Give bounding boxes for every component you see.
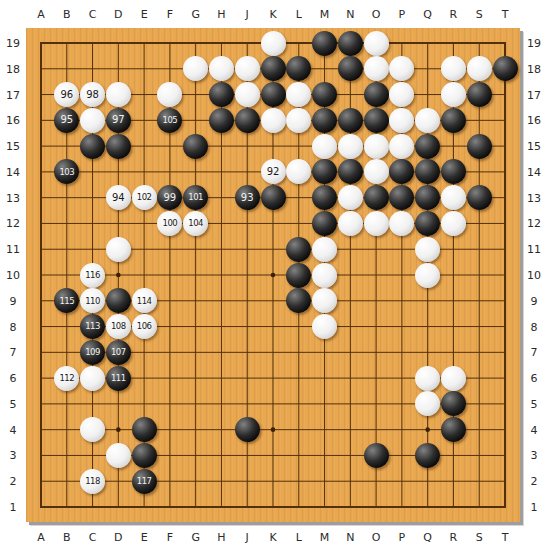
move-number-label: 116 [85, 271, 100, 280]
stone-O18-white [364, 56, 389, 81]
row-label-left-13: 13 [6, 191, 20, 204]
stone-S15-black [467, 134, 492, 159]
move-number-label: 94 [112, 193, 125, 203]
row-label-right-4: 4 [531, 423, 538, 436]
col-label-bottom-E: E [141, 531, 148, 544]
stone-T18-black [493, 56, 518, 81]
col-label-top-B: B [63, 8, 71, 21]
stone-J18-white [235, 56, 260, 81]
stone-E2-black: 117 [132, 469, 157, 494]
stone-K14-white: 92 [261, 159, 286, 184]
stone-M11-white [312, 237, 337, 262]
stone-M19-black [312, 31, 337, 56]
stone-Q16-white [415, 108, 440, 133]
row-label-right-7: 7 [531, 346, 538, 359]
move-number-label: 114 [137, 297, 152, 306]
stone-C17-white: 98 [80, 82, 105, 107]
move-number-label: 95 [60, 115, 73, 125]
stone-J4-black [235, 417, 260, 442]
row-label-right-1: 1 [531, 501, 538, 514]
row-label-left-16: 16 [6, 114, 20, 127]
stone-J13-black: 93 [235, 185, 260, 210]
stone-K18-black [261, 56, 286, 81]
col-label-top-C: C [89, 8, 97, 21]
row-label-left-8: 8 [10, 320, 17, 333]
stone-O14-white [364, 159, 389, 184]
stone-S18-white [467, 56, 492, 81]
move-number-label: 99 [164, 193, 177, 203]
move-number-label: 97 [112, 115, 125, 125]
col-label-top-N: N [346, 8, 354, 21]
stone-E8-white: 106 [132, 314, 157, 339]
row-label-right-14: 14 [527, 165, 541, 178]
row-label-right-9: 9 [531, 294, 538, 307]
col-label-top-G: G [191, 8, 200, 21]
move-number-label: 98 [86, 90, 99, 100]
stone-Q11-white [415, 237, 440, 262]
col-label-top-E: E [141, 8, 148, 21]
stone-C7-black: 109 [80, 340, 105, 365]
stone-E4-black [132, 417, 157, 442]
stone-R16-black [441, 108, 466, 133]
stone-Q3-black [415, 443, 440, 468]
stone-E13-white: 102 [132, 185, 157, 210]
row-label-left-9: 9 [10, 294, 17, 307]
stone-C6-white [80, 366, 105, 391]
row-label-left-15: 15 [6, 140, 20, 153]
go-board-screenshot: 9698959710510392941029910193100104116115… [0, 0, 550, 550]
star-point-K4 [271, 427, 276, 432]
stone-C8-black: 113 [80, 314, 105, 339]
col-label-top-T: T [502, 8, 509, 21]
stone-M17-black [312, 82, 337, 107]
stone-C2-white: 118 [80, 469, 105, 494]
stone-O17-black [364, 82, 389, 107]
move-number-label: 110 [85, 297, 100, 306]
row-label-left-5: 5 [10, 397, 17, 410]
stone-D6-black: 111 [106, 366, 131, 391]
stone-B6-white: 112 [54, 366, 79, 391]
row-label-right-18: 18 [527, 62, 541, 75]
stone-Q10-white [415, 263, 440, 288]
col-label-top-O: O [372, 8, 381, 21]
col-label-top-H: H [217, 8, 225, 21]
move-number-label: 113 [85, 322, 100, 331]
col-label-top-F: F [167, 8, 173, 21]
stone-M16-black [312, 108, 337, 133]
row-label-left-3: 3 [10, 449, 17, 462]
stone-N13-white [338, 185, 363, 210]
stone-O13-black [364, 185, 389, 210]
stone-O12-white [364, 211, 389, 236]
row-label-right-8: 8 [531, 320, 538, 333]
stone-R17-white [441, 82, 466, 107]
col-label-bottom-D: D [114, 531, 122, 544]
stone-J16-black [235, 108, 260, 133]
row-label-left-19: 19 [6, 37, 20, 50]
col-label-bottom-F: F [167, 531, 173, 544]
row-label-left-10: 10 [6, 269, 20, 282]
stone-D11-white [106, 237, 131, 262]
col-label-bottom-S: S [476, 531, 483, 544]
stone-D15-black [106, 134, 131, 159]
move-number-label: 107 [111, 348, 126, 357]
stone-C15-black [80, 134, 105, 159]
go-board[interactable]: 9698959710510392941029910193100104116115… [26, 28, 520, 522]
col-label-bottom-L: L [296, 531, 302, 544]
stone-N18-black [338, 56, 363, 81]
col-label-top-A: A [37, 8, 45, 21]
row-label-right-12: 12 [527, 217, 541, 230]
move-number-label: 96 [60, 90, 73, 100]
row-label-left-4: 4 [10, 423, 17, 436]
stone-K17-black [261, 82, 286, 107]
stone-H16-black [209, 108, 234, 133]
stone-E9-white: 114 [132, 288, 157, 313]
col-label-top-R: R [450, 8, 458, 21]
col-label-bottom-C: C [89, 531, 97, 544]
stone-R4-black [441, 417, 466, 442]
row-label-right-17: 17 [527, 88, 541, 101]
stone-O15-white [364, 134, 389, 159]
row-label-left-7: 7 [10, 346, 17, 359]
row-label-right-19: 19 [527, 37, 541, 50]
row-label-left-17: 17 [6, 88, 20, 101]
stone-Q12-black [415, 211, 440, 236]
col-label-bottom-B: B [63, 531, 71, 544]
star-point-D4 [116, 427, 121, 432]
stone-O16-black [364, 108, 389, 133]
row-label-right-3: 3 [531, 449, 538, 462]
col-label-top-P: P [399, 8, 406, 21]
stone-K16-white [261, 108, 286, 133]
stone-D3-white [106, 443, 131, 468]
col-label-bottom-R: R [450, 531, 458, 544]
stone-D9-black [106, 288, 131, 313]
stone-C16-white [80, 108, 105, 133]
move-number-label: 117 [137, 477, 152, 486]
stone-E3-black [132, 443, 157, 468]
move-number-label: 105 [163, 116, 178, 125]
move-number-label: 115 [59, 297, 74, 306]
stone-K13-black [261, 185, 286, 210]
stone-C10-white: 116 [80, 263, 105, 288]
col-label-bottom-O: O [372, 531, 381, 544]
stone-M15-white [312, 134, 337, 159]
col-label-bottom-J: J [246, 531, 249, 544]
stone-L11-black [286, 237, 311, 262]
row-label-right-6: 6 [531, 372, 538, 385]
stone-K19-white [261, 31, 286, 56]
stone-D17-white [106, 82, 131, 107]
stone-D16-black: 97 [106, 108, 131, 133]
stone-R13-white [441, 185, 466, 210]
stone-Q15-black [415, 134, 440, 159]
row-label-left-2: 2 [10, 475, 17, 488]
stone-N19-black [338, 31, 363, 56]
row-label-left-6: 6 [10, 372, 17, 385]
row-label-left-14: 14 [6, 165, 20, 178]
stone-L16-white [286, 108, 311, 133]
stone-D7-black: 107 [106, 340, 131, 365]
col-label-bottom-N: N [346, 531, 354, 544]
move-number-label: 101 [188, 193, 203, 202]
stone-D8-white: 108 [106, 314, 131, 339]
row-label-left-18: 18 [6, 62, 20, 75]
stone-N15-white [338, 134, 363, 159]
col-label-top-D: D [114, 8, 122, 21]
col-label-top-L: L [296, 8, 302, 21]
move-number-label: 109 [85, 348, 100, 357]
stone-R12-white [441, 211, 466, 236]
row-label-left-1: 1 [10, 501, 17, 514]
col-label-top-S: S [476, 8, 483, 21]
row-label-left-12: 12 [6, 217, 20, 230]
col-label-bottom-K: K [269, 531, 276, 544]
col-label-bottom-M: M [320, 531, 330, 544]
move-number-label: 118 [85, 477, 100, 486]
stone-M12-black [312, 211, 337, 236]
stone-H17-black [209, 82, 234, 107]
col-label-bottom-Q: Q [423, 531, 432, 544]
col-label-bottom-H: H [217, 531, 225, 544]
stone-G15-black [183, 134, 208, 159]
row-label-left-11: 11 [6, 243, 20, 256]
star-point-K10 [271, 273, 276, 278]
stone-Q6-white [415, 366, 440, 391]
move-number-label: 92 [267, 167, 280, 177]
row-label-right-10: 10 [527, 269, 541, 282]
stone-G12-white: 104 [183, 211, 208, 236]
col-label-bottom-T: T [502, 531, 509, 544]
stone-O19-white [364, 31, 389, 56]
stone-B16-black: 95 [54, 108, 79, 133]
move-number-label: 111 [111, 374, 126, 383]
col-label-top-J: J [246, 8, 249, 21]
row-label-right-13: 13 [527, 191, 541, 204]
move-number-label: 102 [137, 193, 152, 202]
move-number-label: 103 [59, 168, 74, 177]
stone-N16-black [338, 108, 363, 133]
col-label-top-Q: Q [423, 8, 432, 21]
col-label-top-K: K [269, 8, 276, 21]
row-label-right-15: 15 [527, 140, 541, 153]
row-label-right-2: 2 [531, 475, 538, 488]
row-label-right-11: 11 [527, 243, 541, 256]
row-label-right-5: 5 [531, 397, 538, 410]
col-label-top-M: M [320, 8, 330, 21]
stone-R6-white [441, 366, 466, 391]
stone-O3-black [364, 443, 389, 468]
stone-L10-black [286, 263, 311, 288]
stone-M10-white [312, 263, 337, 288]
move-number-label: 93 [241, 193, 254, 203]
star-point-D10 [116, 273, 121, 278]
stone-J17-white [235, 82, 260, 107]
stone-P15-white [389, 134, 414, 159]
stone-D13-white: 94 [106, 185, 131, 210]
stone-M8-white [312, 314, 337, 339]
row-label-right-16: 16 [527, 114, 541, 127]
col-label-bottom-A: A [37, 531, 45, 544]
stone-S13-black [467, 185, 492, 210]
col-label-bottom-G: G [191, 531, 200, 544]
star-point-Q4 [425, 427, 430, 432]
stone-S17-black [467, 82, 492, 107]
move-number-label: 104 [188, 219, 203, 228]
move-number-label: 106 [137, 322, 152, 331]
col-label-bottom-P: P [399, 531, 406, 544]
move-number-label: 100 [163, 219, 178, 228]
stone-N12-white [338, 211, 363, 236]
move-number-label: 108 [111, 322, 126, 331]
move-number-label: 112 [59, 374, 74, 383]
